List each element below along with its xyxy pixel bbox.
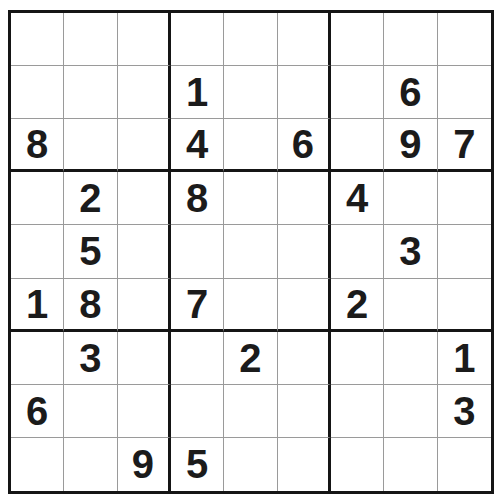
cell-r1c9-empty[interactable]: [438, 13, 491, 66]
cell-r5c8-given[interactable]: 3: [384, 225, 437, 278]
cell-r7c6-empty[interactable]: [278, 332, 331, 385]
cell-r5c2-given[interactable]: 5: [64, 225, 117, 278]
cell-r5c5-empty[interactable]: [224, 225, 277, 278]
cell-r9c2-empty[interactable]: [64, 438, 117, 491]
cell-r5c9-empty[interactable]: [438, 225, 491, 278]
cell-r8c5-empty[interactable]: [224, 385, 277, 438]
cell-r4c8-empty[interactable]: [384, 172, 437, 225]
cell-r1c2-empty[interactable]: [64, 13, 117, 66]
cell-r9c1-empty[interactable]: [11, 438, 64, 491]
cell-r2c6-empty[interactable]: [278, 66, 331, 119]
cell-r6c2-given[interactable]: 8: [64, 279, 117, 332]
cell-r3c6-given[interactable]: 6: [278, 119, 331, 172]
cell-r8c4-empty[interactable]: [171, 385, 224, 438]
cell-r2c3-empty[interactable]: [118, 66, 171, 119]
cell-r2c5-empty[interactable]: [224, 66, 277, 119]
cell-r9c6-empty[interactable]: [278, 438, 331, 491]
cell-r5c1-empty[interactable]: [11, 225, 64, 278]
cell-r8c7-empty[interactable]: [331, 385, 384, 438]
cell-r4c5-empty[interactable]: [224, 172, 277, 225]
cell-r3c8-given[interactable]: 9: [384, 119, 437, 172]
cell-r5c4-empty[interactable]: [171, 225, 224, 278]
cell-r7c8-empty[interactable]: [384, 332, 437, 385]
sudoku-page: 16846972845318723216395: [0, 0, 500, 500]
cell-r3c7-empty[interactable]: [331, 119, 384, 172]
cell-r7c1-empty[interactable]: [11, 332, 64, 385]
cell-r4c9-empty[interactable]: [438, 172, 491, 225]
cell-r7c4-empty[interactable]: [171, 332, 224, 385]
cell-r8c6-empty[interactable]: [278, 385, 331, 438]
cell-r3c5-empty[interactable]: [224, 119, 277, 172]
cell-r6c3-empty[interactable]: [118, 279, 171, 332]
cell-r2c9-empty[interactable]: [438, 66, 491, 119]
cell-r5c7-empty[interactable]: [331, 225, 384, 278]
cell-r1c6-empty[interactable]: [278, 13, 331, 66]
cell-r8c3-empty[interactable]: [118, 385, 171, 438]
sudoku-board: 16846972845318723216395: [8, 10, 494, 494]
cell-r7c3-empty[interactable]: [118, 332, 171, 385]
cell-r2c4-given[interactable]: 1: [171, 66, 224, 119]
cell-r6c4-given[interactable]: 7: [171, 279, 224, 332]
cell-r9c7-empty[interactable]: [331, 438, 384, 491]
cell-r3c9-given[interactable]: 7: [438, 119, 491, 172]
cell-r4c1-empty[interactable]: [11, 172, 64, 225]
cell-r6c5-empty[interactable]: [224, 279, 277, 332]
cell-r7c7-empty[interactable]: [331, 332, 384, 385]
cell-r7c9-given[interactable]: 1: [438, 332, 491, 385]
cell-r2c7-empty[interactable]: [331, 66, 384, 119]
cell-r1c5-empty[interactable]: [224, 13, 277, 66]
cell-r6c9-empty[interactable]: [438, 279, 491, 332]
cell-r2c8-given[interactable]: 6: [384, 66, 437, 119]
cell-r5c3-empty[interactable]: [118, 225, 171, 278]
cell-r3c1-given[interactable]: 8: [11, 119, 64, 172]
cell-r9c9-empty[interactable]: [438, 438, 491, 491]
cell-r1c1-empty[interactable]: [11, 13, 64, 66]
cell-r6c1-given[interactable]: 1: [11, 279, 64, 332]
cell-r7c5-given[interactable]: 2: [224, 332, 277, 385]
cell-r4c2-given[interactable]: 2: [64, 172, 117, 225]
cell-r7c2-given[interactable]: 3: [64, 332, 117, 385]
cell-r3c2-empty[interactable]: [64, 119, 117, 172]
cell-r9c4-given[interactable]: 5: [171, 438, 224, 491]
cell-r2c2-empty[interactable]: [64, 66, 117, 119]
cell-r4c7-given[interactable]: 4: [331, 172, 384, 225]
cell-r8c1-given[interactable]: 6: [11, 385, 64, 438]
cell-r2c1-empty[interactable]: [11, 66, 64, 119]
cell-r3c3-empty[interactable]: [118, 119, 171, 172]
cell-r5c6-empty[interactable]: [278, 225, 331, 278]
cell-r6c7-given[interactable]: 2: [331, 279, 384, 332]
cell-r4c3-empty[interactable]: [118, 172, 171, 225]
cell-r8c8-empty[interactable]: [384, 385, 437, 438]
cell-r4c6-empty[interactable]: [278, 172, 331, 225]
cell-r1c8-empty[interactable]: [384, 13, 437, 66]
cell-r1c3-empty[interactable]: [118, 13, 171, 66]
cell-r9c8-empty[interactable]: [384, 438, 437, 491]
cell-r1c4-empty[interactable]: [171, 13, 224, 66]
cell-r3c4-given[interactable]: 4: [171, 119, 224, 172]
cell-r8c9-given[interactable]: 3: [438, 385, 491, 438]
cell-r6c6-empty[interactable]: [278, 279, 331, 332]
cell-r4c4-given[interactable]: 8: [171, 172, 224, 225]
cell-r6c8-empty[interactable]: [384, 279, 437, 332]
cell-r9c5-empty[interactable]: [224, 438, 277, 491]
cell-r9c3-given[interactable]: 9: [118, 438, 171, 491]
cell-r8c2-empty[interactable]: [64, 385, 117, 438]
cell-r1c7-empty[interactable]: [331, 13, 384, 66]
